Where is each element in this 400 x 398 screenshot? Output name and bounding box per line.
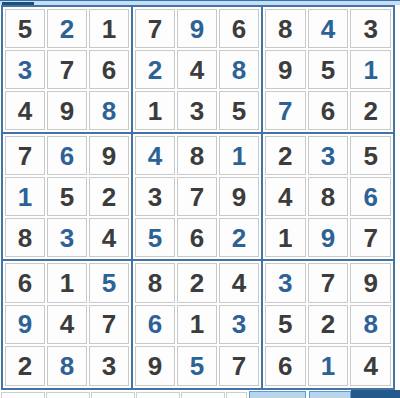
box-2: 796248135 xyxy=(133,7,263,134)
cell-r1c6[interactable]: 6 xyxy=(219,9,259,48)
box-3: 843951762 xyxy=(263,7,393,134)
cell-r4c6[interactable]: 1 xyxy=(219,136,259,175)
cell-r1c2[interactable]: 2 xyxy=(47,9,87,48)
cell-r3c1[interactable]: 4 xyxy=(5,91,45,130)
cell-r8c1[interactable]: 9 xyxy=(5,305,45,345)
cell-r6c4[interactable]: 5 xyxy=(135,218,175,257)
cell-r2c1[interactable]: 3 xyxy=(5,50,45,89)
numpad-cell-partial[interactable] xyxy=(226,392,247,398)
numpad-cell-partial[interactable] xyxy=(181,392,225,398)
button-partial-1[interactable] xyxy=(249,391,306,398)
cell-r8c4[interactable]: 6 xyxy=(135,305,175,345)
cell-r7c3[interactable]: 5 xyxy=(89,263,129,303)
cell-r4c4[interactable]: 4 xyxy=(135,136,175,175)
cell-r7c1[interactable]: 6 xyxy=(5,263,45,303)
cell-r6c8[interactable]: 9 xyxy=(308,218,349,257)
cell-r5c2[interactable]: 5 xyxy=(47,177,87,216)
cell-r4c8[interactable]: 3 xyxy=(308,136,349,175)
cell-r5c8[interactable]: 8 xyxy=(308,177,349,216)
box-8: 824613957 xyxy=(133,261,263,388)
cell-r9c8[interactable]: 1 xyxy=(308,346,349,386)
box-7: 615947283 xyxy=(3,261,133,388)
cell-r1c4[interactable]: 7 xyxy=(135,9,175,48)
cell-r2c8[interactable]: 5 xyxy=(308,50,349,89)
cell-r8c9[interactable]: 8 xyxy=(350,305,391,345)
cell-r3c2[interactable]: 9 xyxy=(47,91,87,130)
cell-r3c3[interactable]: 8 xyxy=(89,91,129,130)
cell-r1c7[interactable]: 8 xyxy=(265,9,306,48)
box-6: 235486197 xyxy=(263,134,393,261)
cell-r1c5[interactable]: 9 xyxy=(177,9,217,48)
cell-r4c1[interactable]: 7 xyxy=(5,136,45,175)
cell-r6c1[interactable]: 8 xyxy=(5,218,45,257)
cell-r4c7[interactable]: 2 xyxy=(265,136,306,175)
cell-r9c7[interactable]: 6 xyxy=(265,346,306,386)
cell-r6c2[interactable]: 3 xyxy=(47,218,87,257)
cell-r1c9[interactable]: 3 xyxy=(350,9,391,48)
bottom-controls-strip xyxy=(0,390,400,398)
cell-r8c2[interactable]: 4 xyxy=(47,305,87,345)
cell-r2c5[interactable]: 4 xyxy=(177,50,217,89)
cell-r7c9[interactable]: 9 xyxy=(350,263,391,303)
cell-r6c9[interactable]: 7 xyxy=(350,218,391,257)
cell-r5c9[interactable]: 6 xyxy=(350,177,391,216)
cell-r5c1[interactable]: 1 xyxy=(5,177,45,216)
cell-r5c5[interactable]: 7 xyxy=(177,177,217,216)
button-partial-3[interactable] xyxy=(351,390,400,398)
cell-r9c2[interactable]: 8 xyxy=(47,346,87,386)
cell-r7c8[interactable]: 7 xyxy=(308,263,349,303)
cell-r9c4[interactable]: 9 xyxy=(135,346,175,386)
cell-r2c3[interactable]: 6 xyxy=(89,50,129,89)
cell-r8c5[interactable]: 1 xyxy=(177,305,217,345)
cell-r7c4[interactable]: 8 xyxy=(135,263,175,303)
numpad-cell-partial[interactable] xyxy=(91,392,135,398)
cell-r5c6[interactable]: 9 xyxy=(219,177,259,216)
cell-r7c7[interactable]: 3 xyxy=(265,263,306,303)
cell-r9c1[interactable]: 2 xyxy=(5,346,45,386)
box-4: 769152834 xyxy=(3,134,133,261)
cell-r3c8[interactable]: 6 xyxy=(308,91,349,130)
cell-r1c3[interactable]: 1 xyxy=(89,9,129,48)
cell-r5c4[interactable]: 3 xyxy=(135,177,175,216)
cell-r3c6[interactable]: 5 xyxy=(219,91,259,130)
box-1: 521376498 xyxy=(3,7,133,134)
cell-r6c3[interactable]: 4 xyxy=(89,218,129,257)
cell-r2c9[interactable]: 1 xyxy=(350,50,391,89)
cell-r4c3[interactable]: 9 xyxy=(89,136,129,175)
cell-r6c6[interactable]: 2 xyxy=(219,218,259,257)
cell-r9c9[interactable]: 4 xyxy=(350,346,391,386)
cell-r8c3[interactable]: 7 xyxy=(89,305,129,345)
cell-r9c5[interactable]: 5 xyxy=(177,346,217,386)
cell-r3c7[interactable]: 7 xyxy=(265,91,306,130)
cell-r6c5[interactable]: 6 xyxy=(177,218,217,257)
cell-r6c7[interactable]: 1 xyxy=(265,218,306,257)
cell-r2c4[interactable]: 2 xyxy=(135,50,175,89)
cell-r7c6[interactable]: 4 xyxy=(219,263,259,303)
cell-r4c2[interactable]: 6 xyxy=(47,136,87,175)
cell-r7c5[interactable]: 2 xyxy=(177,263,217,303)
cell-r3c4[interactable]: 1 xyxy=(135,91,175,130)
cell-r5c7[interactable]: 4 xyxy=(265,177,306,216)
numpad-cell-partial[interactable] xyxy=(46,392,90,398)
sudoku-board: 5213764987962481358439517627691528344813… xyxy=(1,5,395,390)
box-5: 481379562 xyxy=(133,134,263,261)
numpad-cell-partial[interactable] xyxy=(136,392,180,398)
cell-r2c2[interactable]: 7 xyxy=(47,50,87,89)
cell-r2c6[interactable]: 8 xyxy=(219,50,259,89)
cell-r8c6[interactable]: 3 xyxy=(219,305,259,345)
box-9: 379528614 xyxy=(263,261,393,388)
cell-r5c3[interactable]: 2 xyxy=(89,177,129,216)
cell-r4c5[interactable]: 8 xyxy=(177,136,217,175)
cell-r7c2[interactable]: 1 xyxy=(47,263,87,303)
cell-r3c9[interactable]: 2 xyxy=(350,91,391,130)
cell-r2c7[interactable]: 9 xyxy=(265,50,306,89)
cell-r3c5[interactable]: 3 xyxy=(177,91,217,130)
cell-r9c3[interactable]: 3 xyxy=(89,346,129,386)
cell-r8c8[interactable]: 2 xyxy=(308,305,349,345)
button-partial-2[interactable] xyxy=(309,391,351,398)
cell-r1c1[interactable]: 5 xyxy=(5,9,45,48)
cell-r9c6[interactable]: 7 xyxy=(219,346,259,386)
cell-r1c8[interactable]: 4 xyxy=(308,9,349,48)
cell-r8c7[interactable]: 5 xyxy=(265,305,306,345)
cell-r4c9[interactable]: 5 xyxy=(350,136,391,175)
numpad-cell-partial[interactable] xyxy=(1,392,45,398)
